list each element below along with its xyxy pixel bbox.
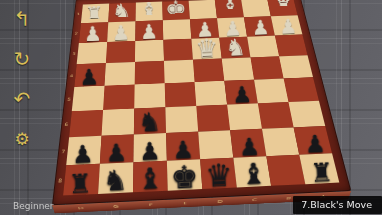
piece-wR[interactable]: ♜ — [80, 0, 108, 23]
piece-bQ[interactable]: ♛ — [201, 153, 237, 189]
square-b8[interactable] — [266, 155, 305, 186]
piece-wR[interactable]: ♜ — [270, 0, 298, 16]
file-label: G — [98, 204, 134, 210]
rank-label: 2 — [75, 31, 78, 35]
piece-bP[interactable]: ♟ — [232, 123, 266, 158]
difficulty-label: Beginner — [13, 201, 54, 211]
square-e3[interactable] — [163, 39, 193, 61]
square-g3[interactable] — [106, 41, 135, 63]
piece-wP[interactable]: ♟ — [78, 14, 107, 43]
piece-bB[interactable]: ♝ — [235, 151, 271, 187]
square-e5[interactable] — [165, 82, 197, 107]
square-c6[interactable] — [227, 103, 262, 130]
back-arrow-icon[interactable]: ↰ — [9, 6, 35, 32]
square-e1[interactable]: ♚ — [162, 1, 190, 20]
square-h6[interactable] — [69, 110, 103, 137]
square-h4[interactable]: ♟ — [74, 63, 106, 87]
square-h5[interactable] — [72, 86, 105, 112]
piece-wK[interactable]: ♚ — [162, 0, 190, 20]
square-a5[interactable] — [284, 77, 319, 102]
square-f6[interactable]: ♞ — [134, 107, 166, 134]
square-h1[interactable]: ♜ — [81, 4, 110, 24]
square-d5[interactable] — [195, 81, 228, 106]
square-b5[interactable] — [254, 78, 288, 103]
rank-labels: 12345678 — [54, 4, 83, 196]
square-e4[interactable] — [164, 60, 195, 84]
chess-app-window: ↰↻↶⚙ 12345678 ♜♞♝♚♝♜♟♟♟♟♟♟♟♛♞♟♟♞♟♟♟♟♟♟♜♞… — [0, 0, 382, 215]
square-g5[interactable] — [103, 84, 135, 109]
piece-bP[interactable]: ♟ — [99, 129, 134, 164]
square-b1[interactable] — [241, 0, 271, 17]
square-g7[interactable]: ♟ — [100, 134, 134, 163]
square-c8[interactable]: ♝ — [233, 156, 271, 187]
square-d4[interactable] — [193, 59, 224, 82]
rank-label: 4 — [70, 73, 74, 78]
square-b7[interactable] — [262, 127, 299, 156]
piece-bP[interactable]: ♟ — [132, 127, 167, 162]
square-e7[interactable]: ♟ — [166, 132, 200, 161]
square-a6[interactable] — [288, 101, 325, 128]
rank-label: 6 — [64, 121, 68, 126]
rank-label: 8 — [58, 177, 62, 183]
piece-wP[interactable]: ♟ — [106, 13, 135, 42]
piece-bR[interactable]: ♜ — [62, 159, 98, 196]
rank-label: 3 — [72, 51, 76, 55]
board-grid[interactable]: ♜♞♝♚♝♜♟♟♟♟♟♟♟♛♞♟♟♞♟♟♟♟♟♟♜♞♝♚♛♝♜ — [63, 0, 339, 196]
square-a3[interactable] — [275, 35, 308, 57]
square-c5[interactable]: ♟ — [224, 80, 258, 105]
square-c4[interactable] — [222, 57, 254, 80]
square-a7[interactable]: ♟ — [294, 126, 332, 155]
square-a1[interactable]: ♜ — [267, 0, 298, 16]
square-c2[interactable]: ♟ — [217, 17, 247, 38]
square-d1[interactable] — [189, 0, 217, 19]
piece-bP[interactable]: ♟ — [226, 72, 258, 104]
square-g8[interactable]: ♞ — [98, 162, 133, 194]
rank-label: 1 — [77, 12, 80, 16]
piece-wB[interactable]: ♝ — [216, 0, 244, 18]
square-d7[interactable] — [198, 130, 233, 159]
square-e8[interactable]: ♚ — [167, 159, 202, 190]
piece-wN[interactable]: ♞ — [221, 29, 251, 59]
square-d3[interactable]: ♛ — [191, 38, 221, 60]
move-indicator: 7.Black's Move — [293, 196, 382, 214]
piece-bB[interactable]: ♝ — [132, 156, 168, 193]
piece-wP[interactable]: ♟ — [246, 8, 275, 37]
piece-bN[interactable]: ♞ — [133, 101, 166, 135]
piece-wQ[interactable]: ♛ — [192, 30, 222, 60]
board-3d-scene: 12345678 ♜♞♝♚♝♜♟♟♟♟♟♟♟♛♞♟♟♞♟♟♟♟♟♟♜♞♝♚♛♝♜… — [53, 0, 353, 198]
square-a4[interactable] — [279, 55, 313, 78]
piece-wN[interactable]: ♞ — [107, 0, 135, 22]
square-f1[interactable]: ♝ — [136, 2, 163, 22]
square-f4[interactable] — [135, 61, 165, 85]
redo-rotate-icon[interactable]: ↻ — [9, 46, 35, 72]
settings-gear-icon[interactable]: ⚙ — [9, 126, 35, 152]
square-g4[interactable] — [105, 62, 135, 86]
square-c7[interactable]: ♟ — [230, 129, 266, 158]
sidebar: ↰↻↶⚙ — [9, 6, 35, 166]
square-b3[interactable] — [247, 36, 279, 58]
piece-bN[interactable]: ♞ — [97, 157, 133, 194]
square-g2[interactable]: ♟ — [107, 21, 135, 42]
square-h2[interactable]: ♟ — [79, 22, 108, 43]
rank-label: 5 — [67, 97, 71, 102]
file-label: H — [63, 205, 99, 211]
square-b6[interactable] — [258, 102, 294, 129]
file-label: F — [133, 202, 168, 208]
square-f2[interactable]: ♟ — [135, 20, 163, 41]
square-f8[interactable]: ♝ — [133, 161, 168, 193]
square-e6[interactable] — [165, 106, 198, 133]
square-e2[interactable] — [163, 19, 192, 40]
piece-bP[interactable]: ♟ — [166, 126, 201, 161]
square-b2[interactable]: ♟ — [244, 16, 275, 36]
square-c3[interactable]: ♞ — [219, 37, 250, 59]
file-label: E — [168, 200, 203, 206]
piece-wB[interactable]: ♝ — [135, 0, 163, 21]
square-f7[interactable]: ♟ — [133, 133, 166, 162]
file-label: C — [237, 197, 272, 203]
piece-wP[interactable]: ♟ — [190, 10, 219, 39]
square-d8[interactable]: ♛ — [200, 158, 237, 189]
square-h7[interactable]: ♟ — [66, 136, 101, 165]
square-h8[interactable]: ♜ — [63, 164, 100, 196]
piece-bP[interactable]: ♟ — [65, 130, 100, 165]
square-g6[interactable] — [102, 109, 135, 136]
square-b4[interactable] — [250, 56, 283, 79]
piece-wP[interactable]: ♟ — [218, 9, 247, 38]
chess-board: 12345678 ♜♞♝♚♝♜♟♟♟♟♟♟♟♛♞♟♟♞♟♟♟♟♟♟♜♞♝♚♛♝♜… — [52, 0, 351, 205]
piece-wP[interactable]: ♟ — [134, 12, 163, 41]
piece-wP[interactable]: ♟ — [274, 7, 303, 36]
square-f3[interactable] — [135, 40, 164, 62]
square-d2[interactable]: ♟ — [190, 18, 219, 39]
square-f5[interactable] — [134, 83, 165, 108]
square-c1[interactable]: ♝ — [215, 0, 244, 18]
square-h3[interactable] — [77, 42, 107, 64]
rank-label: 7 — [61, 148, 65, 154]
file-label: D — [203, 199, 238, 205]
square-a8[interactable]: ♜ — [299, 153, 339, 184]
piece-bP[interactable]: ♟ — [73, 56, 104, 87]
piece-bR[interactable]: ♜ — [304, 148, 340, 184]
square-a2[interactable]: ♟ — [271, 15, 303, 35]
piece-bK[interactable]: ♚ — [166, 154, 202, 191]
piece-bP[interactable]: ♟ — [298, 120, 332, 155]
square-d6[interactable] — [196, 105, 230, 132]
square-g1[interactable]: ♞ — [108, 3, 136, 23]
undo-rotate-icon[interactable]: ↶ — [9, 86, 35, 112]
